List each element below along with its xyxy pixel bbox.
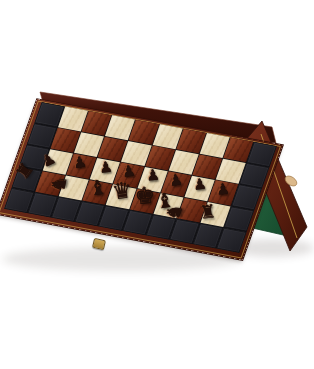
- product-photo-scene: ♜♞♝♛♚♝♞♜♟♟♟♟♟♟♟♟: [0, 0, 314, 369]
